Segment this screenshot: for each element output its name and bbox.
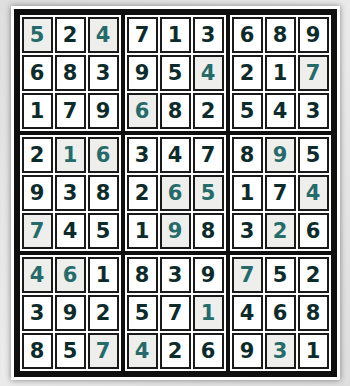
cell-r2c7[interactable]: 2 xyxy=(232,55,263,91)
cell-r3c2[interactable]: 7 xyxy=(55,93,86,129)
cell-r5c5[interactable]: 6 xyxy=(160,175,191,211)
cell-r2c6[interactable]: 4 xyxy=(193,55,224,91)
cell-r8c9[interactable]: 8 xyxy=(298,295,329,331)
cell-r1c8[interactable]: 8 xyxy=(265,17,296,53)
cell-r8c4[interactable]: 5 xyxy=(127,295,158,331)
cell-r8c6[interactable]: 1 xyxy=(193,295,224,331)
cell-r4c2[interactable]: 1 xyxy=(55,137,86,173)
cell-r6c4[interactable]: 1 xyxy=(127,213,158,249)
cell-r5c2[interactable]: 3 xyxy=(55,175,86,211)
cell-r9c1[interactable]: 8 xyxy=(22,333,53,369)
cell-r6c3[interactable]: 5 xyxy=(88,213,119,249)
cell-r4c4[interactable]: 3 xyxy=(127,137,158,173)
cell-r6c7[interactable]: 3 xyxy=(232,213,263,249)
cell-r9c5[interactable]: 2 xyxy=(160,333,191,369)
cell-r5c4[interactable]: 2 xyxy=(127,175,158,211)
cell-r4c1[interactable]: 2 xyxy=(22,137,53,173)
cell-r2c3[interactable]: 3 xyxy=(88,55,119,91)
cell-r5c3[interactable]: 8 xyxy=(88,175,119,211)
cell-r1c1[interactable]: 5 xyxy=(22,17,53,53)
cell-r9c7[interactable]: 9 xyxy=(232,333,263,369)
cell-r6c8[interactable]: 2 xyxy=(265,213,296,249)
cell-r9c3[interactable]: 7 xyxy=(88,333,119,369)
cell-r3c5[interactable]: 8 xyxy=(160,93,191,129)
sudoku-board: 5246831797139546826892175432169387453472… xyxy=(14,9,337,377)
cell-r9c2[interactable]: 5 xyxy=(55,333,86,369)
box-7: 461392857 xyxy=(18,253,123,373)
cell-r8c8[interactable]: 6 xyxy=(265,295,296,331)
cell-r3c3[interactable]: 9 xyxy=(88,93,119,129)
cell-r1c4[interactable]: 7 xyxy=(127,17,158,53)
cell-r7c9[interactable]: 2 xyxy=(298,257,329,293)
cell-r9c9[interactable]: 1 xyxy=(298,333,329,369)
cell-r3c6[interactable]: 2 xyxy=(193,93,224,129)
cell-r3c7[interactable]: 5 xyxy=(232,93,263,129)
cell-r2c5[interactable]: 5 xyxy=(160,55,191,91)
box-2: 713954682 xyxy=(123,13,228,133)
cell-r4c9[interactable]: 5 xyxy=(298,137,329,173)
cell-r5c8[interactable]: 7 xyxy=(265,175,296,211)
box-5: 347265198 xyxy=(123,133,228,253)
cell-r6c6[interactable]: 8 xyxy=(193,213,224,249)
cell-r5c6[interactable]: 5 xyxy=(193,175,224,211)
cell-r7c2[interactable]: 6 xyxy=(55,257,86,293)
cell-r6c1[interactable]: 7 xyxy=(22,213,53,249)
cell-r8c1[interactable]: 3 xyxy=(22,295,53,331)
cell-r8c7[interactable]: 4 xyxy=(232,295,263,331)
cell-r7c1[interactable]: 4 xyxy=(22,257,53,293)
box-9: 752468931 xyxy=(228,253,333,373)
cell-r7c6[interactable]: 9 xyxy=(193,257,224,293)
cell-r8c3[interactable]: 2 xyxy=(88,295,119,331)
cell-r1c7[interactable]: 6 xyxy=(232,17,263,53)
cell-r3c1[interactable]: 1 xyxy=(22,93,53,129)
cell-r3c4[interactable]: 6 xyxy=(127,93,158,129)
cell-r4c7[interactable]: 8 xyxy=(232,137,263,173)
cell-r6c9[interactable]: 6 xyxy=(298,213,329,249)
cell-r9c6[interactable]: 6 xyxy=(193,333,224,369)
cell-r4c5[interactable]: 4 xyxy=(160,137,191,173)
page-background: 5246831797139546826892175432169387453472… xyxy=(0,0,350,386)
cell-r7c4[interactable]: 8 xyxy=(127,257,158,293)
box-4: 216938745 xyxy=(18,133,123,253)
cell-r2c4[interactable]: 9 xyxy=(127,55,158,91)
cell-r2c2[interactable]: 8 xyxy=(55,55,86,91)
cell-r1c9[interactable]: 9 xyxy=(298,17,329,53)
cell-r6c5[interactable]: 9 xyxy=(160,213,191,249)
cell-r3c8[interactable]: 4 xyxy=(265,93,296,129)
box-3: 689217543 xyxy=(228,13,333,133)
cell-r4c3[interactable]: 6 xyxy=(88,137,119,173)
cell-r5c1[interactable]: 9 xyxy=(22,175,53,211)
cell-r1c5[interactable]: 1 xyxy=(160,17,191,53)
cell-r9c4[interactable]: 4 xyxy=(127,333,158,369)
cell-r6c2[interactable]: 4 xyxy=(55,213,86,249)
cell-r7c8[interactable]: 5 xyxy=(265,257,296,293)
cell-r2c9[interactable]: 7 xyxy=(298,55,329,91)
cell-r1c6[interactable]: 3 xyxy=(193,17,224,53)
board-frame: 5246831797139546826892175432169387453472… xyxy=(11,6,340,380)
cell-r9c8[interactable]: 3 xyxy=(265,333,296,369)
cell-r1c2[interactable]: 2 xyxy=(55,17,86,53)
cell-r7c7[interactable]: 7 xyxy=(232,257,263,293)
box-6: 895174326 xyxy=(228,133,333,253)
box-1: 524683179 xyxy=(18,13,123,133)
box-8: 839571426 xyxy=(123,253,228,373)
cell-r1c3[interactable]: 4 xyxy=(88,17,119,53)
cell-r5c9[interactable]: 4 xyxy=(298,175,329,211)
cell-r8c2[interactable]: 9 xyxy=(55,295,86,331)
cell-r2c1[interactable]: 6 xyxy=(22,55,53,91)
cell-r7c5[interactable]: 3 xyxy=(160,257,191,293)
cell-r2c8[interactable]: 1 xyxy=(265,55,296,91)
cell-r8c5[interactable]: 7 xyxy=(160,295,191,331)
cell-r4c6[interactable]: 7 xyxy=(193,137,224,173)
cell-r5c7[interactable]: 1 xyxy=(232,175,263,211)
cell-r3c9[interactable]: 3 xyxy=(298,93,329,129)
cell-r7c3[interactable]: 1 xyxy=(88,257,119,293)
cell-r4c8[interactable]: 9 xyxy=(265,137,296,173)
